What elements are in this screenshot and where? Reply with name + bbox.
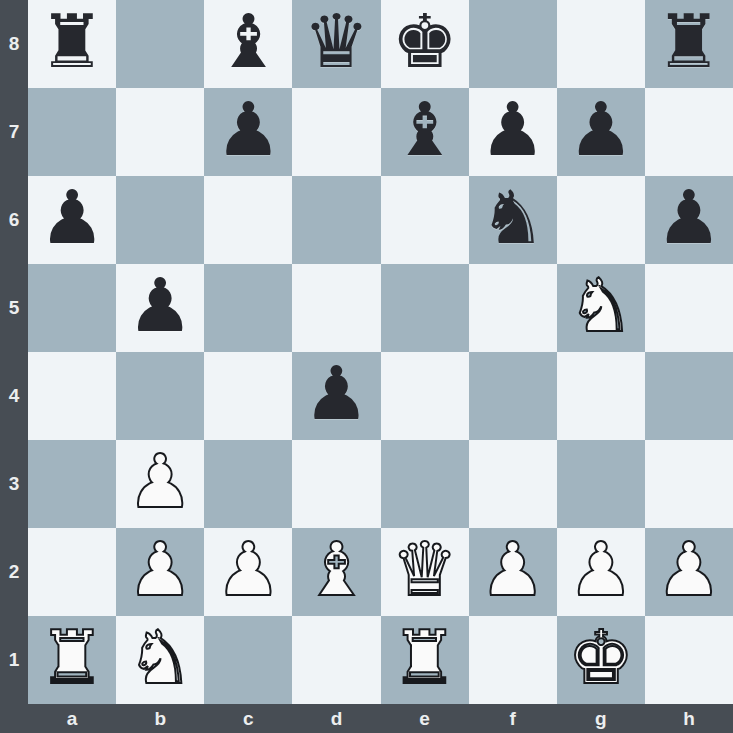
- piece-black-pawn[interactable]: ♟: [568, 92, 634, 172]
- square-h6[interactable]: ♟: [645, 176, 733, 264]
- square-b1[interactable]: ♞: [116, 616, 204, 704]
- piece-black-pawn[interactable]: ♟: [303, 356, 369, 436]
- rank-label-5: 5: [0, 264, 28, 352]
- piece-white-pawn[interactable]: ♟: [127, 444, 193, 524]
- square-c4[interactable]: [204, 352, 292, 440]
- square-g2[interactable]: ♟: [557, 528, 645, 616]
- square-c6[interactable]: [204, 176, 292, 264]
- chess-board: 8♜♝♛♚♜7♟♝♟♟6♟♞♟5♟♞4♟3♟2♟♟♝♛♟♟♟1♜♞♜♚abcde…: [0, 0, 733, 733]
- square-d6[interactable]: [292, 176, 380, 264]
- piece-black-king[interactable]: ♚: [391, 4, 457, 84]
- square-f3[interactable]: [469, 440, 557, 528]
- square-a1[interactable]: ♜: [28, 616, 116, 704]
- square-c5[interactable]: [204, 264, 292, 352]
- square-a7[interactable]: [28, 88, 116, 176]
- square-e8[interactable]: ♚: [381, 0, 469, 88]
- piece-black-bishop[interactable]: ♝: [215, 4, 281, 84]
- rank-label-6: 6: [0, 176, 28, 264]
- piece-white-pawn[interactable]: ♟: [568, 532, 634, 612]
- piece-black-pawn[interactable]: ♟: [480, 92, 546, 172]
- rank-label-8: 8: [0, 0, 28, 88]
- square-d8[interactable]: ♛: [292, 0, 380, 88]
- rank-label-3: 3: [0, 440, 28, 528]
- square-a8[interactable]: ♜: [28, 0, 116, 88]
- square-h7[interactable]: [645, 88, 733, 176]
- file-label-c: c: [204, 704, 292, 733]
- square-f5[interactable]: [469, 264, 557, 352]
- square-f2[interactable]: ♟: [469, 528, 557, 616]
- piece-black-queen[interactable]: ♛: [303, 4, 369, 84]
- square-f8[interactable]: [469, 0, 557, 88]
- square-f4[interactable]: [469, 352, 557, 440]
- square-a3[interactable]: [28, 440, 116, 528]
- square-h1[interactable]: [645, 616, 733, 704]
- board-corner: [0, 704, 28, 733]
- square-e6[interactable]: [381, 176, 469, 264]
- rank-label-2: 2: [0, 528, 28, 616]
- square-e3[interactable]: [381, 440, 469, 528]
- square-e5[interactable]: [381, 264, 469, 352]
- piece-white-pawn[interactable]: ♟: [215, 532, 281, 612]
- square-g6[interactable]: [557, 176, 645, 264]
- square-e2[interactable]: ♛: [381, 528, 469, 616]
- square-f7[interactable]: ♟: [469, 88, 557, 176]
- square-b6[interactable]: [116, 176, 204, 264]
- piece-white-bishop[interactable]: ♝: [303, 532, 369, 612]
- square-d5[interactable]: [292, 264, 380, 352]
- piece-white-king[interactable]: ♚: [568, 620, 634, 700]
- piece-white-pawn[interactable]: ♟: [656, 532, 722, 612]
- piece-black-pawn[interactable]: ♟: [215, 92, 281, 172]
- square-b8[interactable]: [116, 0, 204, 88]
- square-d7[interactable]: [292, 88, 380, 176]
- square-h5[interactable]: [645, 264, 733, 352]
- square-b3[interactable]: ♟: [116, 440, 204, 528]
- square-h3[interactable]: [645, 440, 733, 528]
- square-c8[interactable]: ♝: [204, 0, 292, 88]
- piece-white-pawn[interactable]: ♟: [480, 532, 546, 612]
- square-f1[interactable]: [469, 616, 557, 704]
- square-d2[interactable]: ♝: [292, 528, 380, 616]
- square-a4[interactable]: [28, 352, 116, 440]
- square-e1[interactable]: ♜: [381, 616, 469, 704]
- file-label-f: f: [469, 704, 557, 733]
- piece-white-knight[interactable]: ♞: [127, 620, 193, 700]
- square-b2[interactable]: ♟: [116, 528, 204, 616]
- square-h2[interactable]: ♟: [645, 528, 733, 616]
- piece-black-bishop[interactable]: ♝: [391, 92, 457, 172]
- rank-label-7: 7: [0, 88, 28, 176]
- file-label-h: h: [645, 704, 733, 733]
- square-d3[interactable]: [292, 440, 380, 528]
- square-g1[interactable]: ♚: [557, 616, 645, 704]
- square-e7[interactable]: ♝: [381, 88, 469, 176]
- piece-white-rook[interactable]: ♜: [39, 620, 105, 700]
- square-b4[interactable]: [116, 352, 204, 440]
- piece-black-pawn[interactable]: ♟: [127, 268, 193, 348]
- file-label-d: d: [292, 704, 380, 733]
- square-c2[interactable]: ♟: [204, 528, 292, 616]
- square-g7[interactable]: ♟: [557, 88, 645, 176]
- piece-black-pawn[interactable]: ♟: [39, 180, 105, 260]
- piece-white-pawn[interactable]: ♟: [127, 532, 193, 612]
- square-a6[interactable]: ♟: [28, 176, 116, 264]
- square-c3[interactable]: [204, 440, 292, 528]
- file-label-b: b: [116, 704, 204, 733]
- piece-white-queen[interactable]: ♛: [391, 532, 457, 612]
- piece-black-pawn[interactable]: ♟: [656, 180, 722, 260]
- square-a2[interactable]: [28, 528, 116, 616]
- square-h8[interactable]: ♜: [645, 0, 733, 88]
- square-g8[interactable]: [557, 0, 645, 88]
- file-label-e: e: [381, 704, 469, 733]
- square-h4[interactable]: [645, 352, 733, 440]
- piece-black-knight[interactable]: ♞: [480, 180, 546, 260]
- piece-black-rook[interactable]: ♜: [656, 4, 722, 84]
- square-c1[interactable]: [204, 616, 292, 704]
- rank-label-1: 1: [0, 616, 28, 704]
- file-label-a: a: [28, 704, 116, 733]
- piece-white-rook[interactable]: ♜: [391, 620, 457, 700]
- square-f6[interactable]: ♞: [469, 176, 557, 264]
- square-a5[interactable]: [28, 264, 116, 352]
- square-c7[interactable]: ♟: [204, 88, 292, 176]
- square-g5[interactable]: ♞: [557, 264, 645, 352]
- square-d1[interactable]: [292, 616, 380, 704]
- square-g4[interactable]: [557, 352, 645, 440]
- square-b5[interactable]: ♟: [116, 264, 204, 352]
- piece-black-rook[interactable]: ♜: [39, 4, 105, 84]
- file-label-g: g: [557, 704, 645, 733]
- rank-label-4: 4: [0, 352, 28, 440]
- square-g3[interactable]: [557, 440, 645, 528]
- square-e4[interactable]: [381, 352, 469, 440]
- square-b7[interactable]: [116, 88, 204, 176]
- square-d4[interactable]: ♟: [292, 352, 380, 440]
- piece-white-knight[interactable]: ♞: [568, 268, 634, 348]
